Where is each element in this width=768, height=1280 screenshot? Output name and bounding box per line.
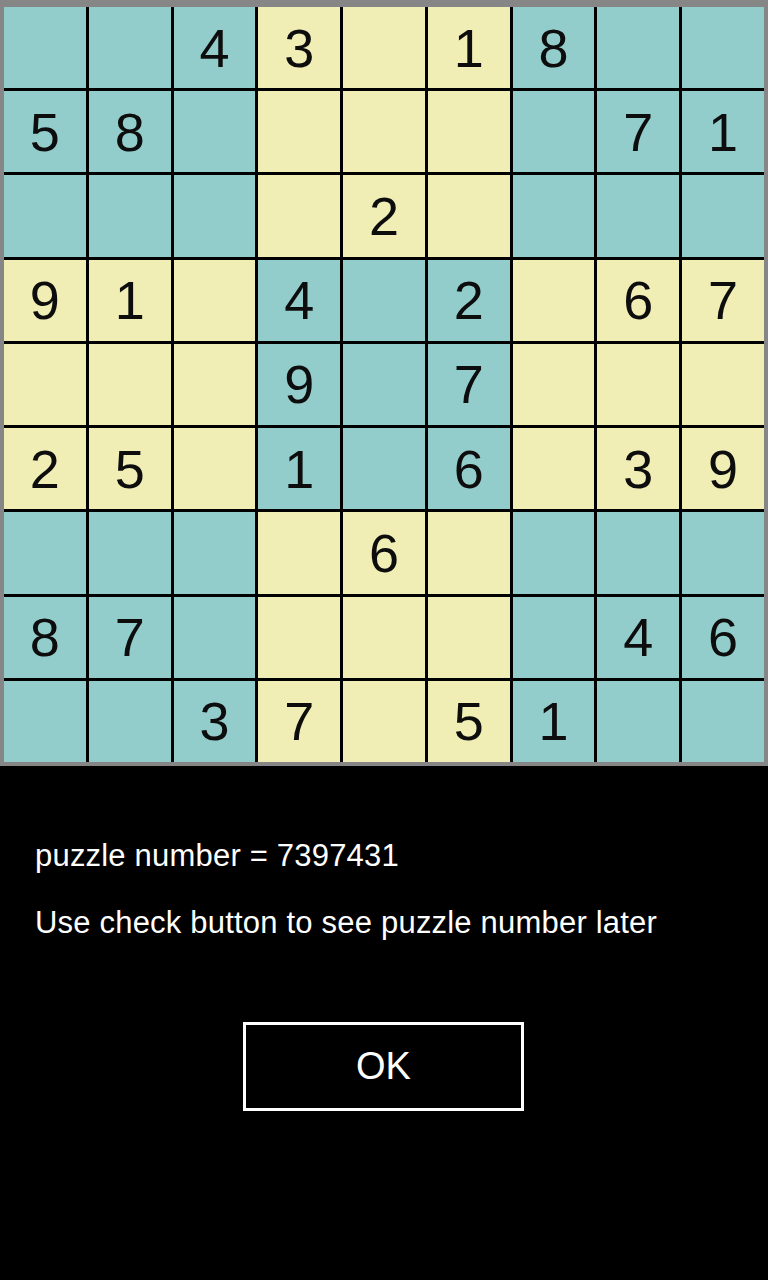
cell-r2c4[interactable]	[258, 91, 340, 172]
cell-r2c8[interactable]: 7	[597, 91, 679, 172]
cell-r2c5[interactable]	[343, 91, 425, 172]
cell-r7c9[interactable]	[682, 512, 764, 593]
cell-r3c1[interactable]	[4, 175, 86, 256]
cell-r6c3[interactable]	[174, 428, 256, 509]
cell-r5c4[interactable]: 9	[258, 344, 340, 425]
cell-r1c7[interactable]: 8	[513, 7, 595, 88]
cell-r4c7[interactable]	[513, 260, 595, 341]
cell-r5c6[interactable]: 7	[428, 344, 510, 425]
cell-r6c1[interactable]: 2	[4, 428, 86, 509]
cell-r9c3[interactable]: 3	[174, 681, 256, 762]
cell-r4c2[interactable]: 1	[89, 260, 171, 341]
cell-r1c4[interactable]: 3	[258, 7, 340, 88]
cell-r3c5[interactable]: 2	[343, 175, 425, 256]
cell-r5c2[interactable]	[89, 344, 171, 425]
cell-r8c5[interactable]	[343, 597, 425, 678]
cell-r6c8[interactable]: 3	[597, 428, 679, 509]
cell-r8c1[interactable]: 8	[4, 597, 86, 678]
puzzle-number-text: puzzle number = 7397431	[35, 838, 399, 874]
cell-r3c9[interactable]	[682, 175, 764, 256]
cell-r6c7[interactable]	[513, 428, 595, 509]
cell-r1c3[interactable]: 4	[174, 7, 256, 88]
cell-r9c2[interactable]	[89, 681, 171, 762]
cell-r9c8[interactable]	[597, 681, 679, 762]
cell-r8c8[interactable]: 4	[597, 597, 679, 678]
cell-r5c1[interactable]	[4, 344, 86, 425]
cell-r4c9[interactable]: 7	[682, 260, 764, 341]
cell-r8c7[interactable]	[513, 597, 595, 678]
cell-r5c8[interactable]	[597, 344, 679, 425]
cell-r2c7[interactable]	[513, 91, 595, 172]
cell-r9c7[interactable]: 1	[513, 681, 595, 762]
app-screen: 43185871291426797251639687463751 puzzle …	[0, 0, 768, 1280]
cell-r3c7[interactable]	[513, 175, 595, 256]
cell-r3c2[interactable]	[89, 175, 171, 256]
cell-r7c2[interactable]	[89, 512, 171, 593]
cell-r6c5[interactable]	[343, 428, 425, 509]
cell-r9c9[interactable]	[682, 681, 764, 762]
cell-r1c2[interactable]	[89, 7, 171, 88]
cell-r9c6[interactable]: 5	[428, 681, 510, 762]
cell-r6c9[interactable]: 9	[682, 428, 764, 509]
cell-r6c6[interactable]: 6	[428, 428, 510, 509]
cell-r2c2[interactable]: 8	[89, 91, 171, 172]
cell-r3c6[interactable]	[428, 175, 510, 256]
cell-r6c4[interactable]: 1	[258, 428, 340, 509]
cell-r7c3[interactable]	[174, 512, 256, 593]
cell-r4c5[interactable]	[343, 260, 425, 341]
cell-r2c6[interactable]	[428, 91, 510, 172]
cell-r7c5[interactable]: 6	[343, 512, 425, 593]
cell-r1c5[interactable]	[343, 7, 425, 88]
cell-r2c1[interactable]: 5	[4, 91, 86, 172]
cell-r4c8[interactable]: 6	[597, 260, 679, 341]
cell-r8c3[interactable]	[174, 597, 256, 678]
cell-r8c2[interactable]: 7	[89, 597, 171, 678]
cell-r1c6[interactable]: 1	[428, 7, 510, 88]
cell-r9c5[interactable]	[343, 681, 425, 762]
cell-r9c1[interactable]	[4, 681, 86, 762]
cell-r5c9[interactable]	[682, 344, 764, 425]
cell-r5c3[interactable]	[174, 344, 256, 425]
cell-r1c8[interactable]	[597, 7, 679, 88]
cell-r3c4[interactable]	[258, 175, 340, 256]
cell-r6c2[interactable]: 5	[89, 428, 171, 509]
cell-r4c3[interactable]	[174, 260, 256, 341]
cell-r4c4[interactable]: 4	[258, 260, 340, 341]
ok-button[interactable]: OK	[243, 1022, 524, 1111]
cell-r1c1[interactable]	[4, 7, 86, 88]
hint-text: Use check button to see puzzle number la…	[35, 905, 657, 941]
cell-r3c3[interactable]	[174, 175, 256, 256]
cell-r8c9[interactable]: 6	[682, 597, 764, 678]
cell-r7c6[interactable]	[428, 512, 510, 593]
cell-r2c3[interactable]	[174, 91, 256, 172]
cell-r8c6[interactable]	[428, 597, 510, 678]
cell-r4c1[interactable]: 9	[4, 260, 86, 341]
sudoku-board: 43185871291426797251639687463751	[0, 0, 768, 766]
cell-r3c8[interactable]	[597, 175, 679, 256]
cell-r8c4[interactable]	[258, 597, 340, 678]
cell-r2c9[interactable]: 1	[682, 91, 764, 172]
cell-r4c6[interactable]: 2	[428, 260, 510, 341]
cell-r7c8[interactable]	[597, 512, 679, 593]
cell-r5c5[interactable]	[343, 344, 425, 425]
cell-r7c4[interactable]	[258, 512, 340, 593]
cell-r7c7[interactable]	[513, 512, 595, 593]
cell-r1c9[interactable]	[682, 7, 764, 88]
cell-r7c1[interactable]	[4, 512, 86, 593]
cell-r9c4[interactable]: 7	[258, 681, 340, 762]
cell-r5c7[interactable]	[513, 344, 595, 425]
